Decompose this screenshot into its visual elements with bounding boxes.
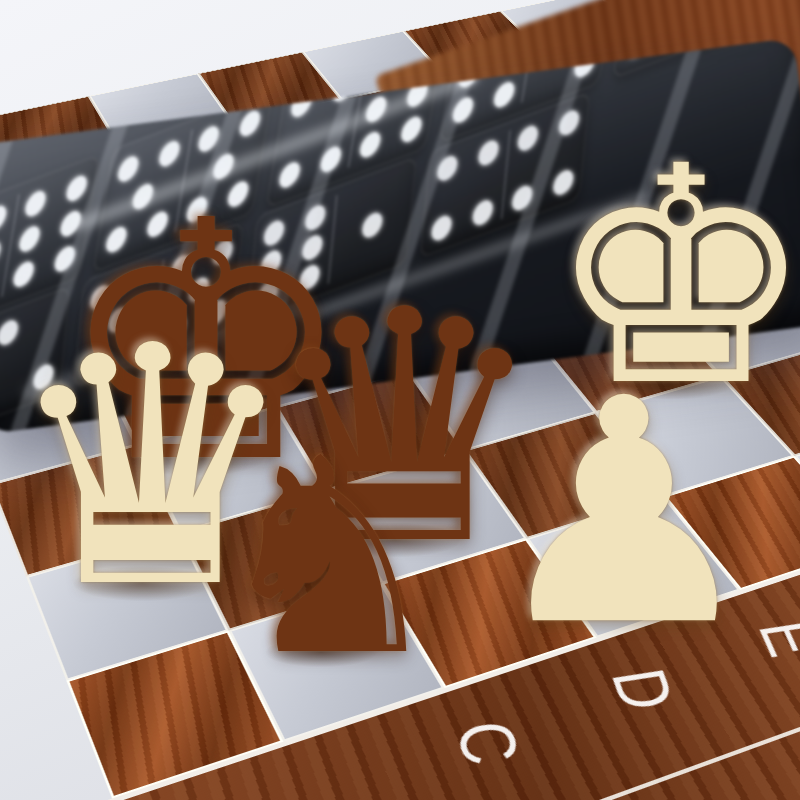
domino-pip: [492, 79, 516, 110]
domino-pip: [358, 129, 382, 160]
domino-pip: [511, 183, 533, 214]
piece-white-pawn[interactable]: ♟: [469, 358, 779, 668]
domino-pip: [478, 137, 500, 168]
piece-black-knight[interactable]: ♞: [194, 423, 464, 693]
domino-pip: [431, 213, 453, 244]
domino-pip: [451, 94, 475, 125]
domino-pip: [0, 203, 8, 234]
file-label-c: C: [435, 704, 541, 784]
domino-pip: [238, 108, 262, 139]
photo-stage: C D E ♚♛♛♞♟♚: [0, 0, 800, 800]
domino-pip: [0, 238, 2, 269]
domino-pip: [18, 223, 42, 254]
domino-pip: [472, 198, 494, 229]
domino-pip: [400, 113, 424, 144]
domino-pip: [436, 152, 458, 183]
